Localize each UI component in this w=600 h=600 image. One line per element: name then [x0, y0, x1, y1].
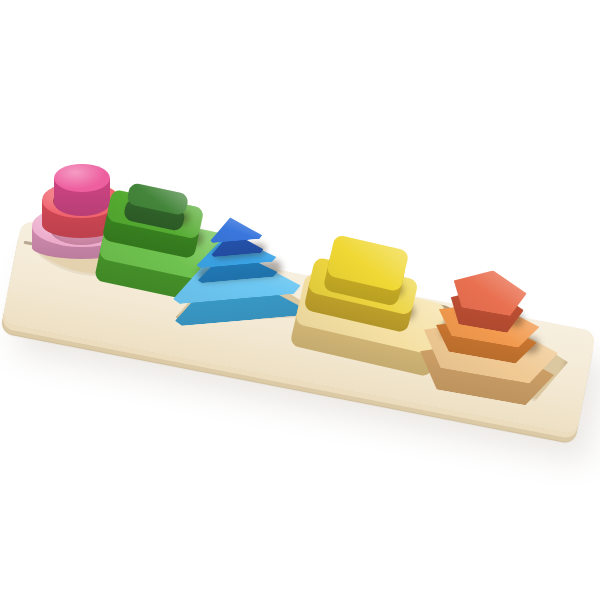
stack-pentagons-orange: [420, 268, 560, 403]
product-photo-scene: [0, 0, 600, 600]
triangle-piece-small: [208, 215, 263, 257]
pentagon-piece-small: [446, 264, 529, 335]
triangle-small-top: [208, 215, 262, 243]
stack-triangles-blue: [172, 215, 307, 335]
